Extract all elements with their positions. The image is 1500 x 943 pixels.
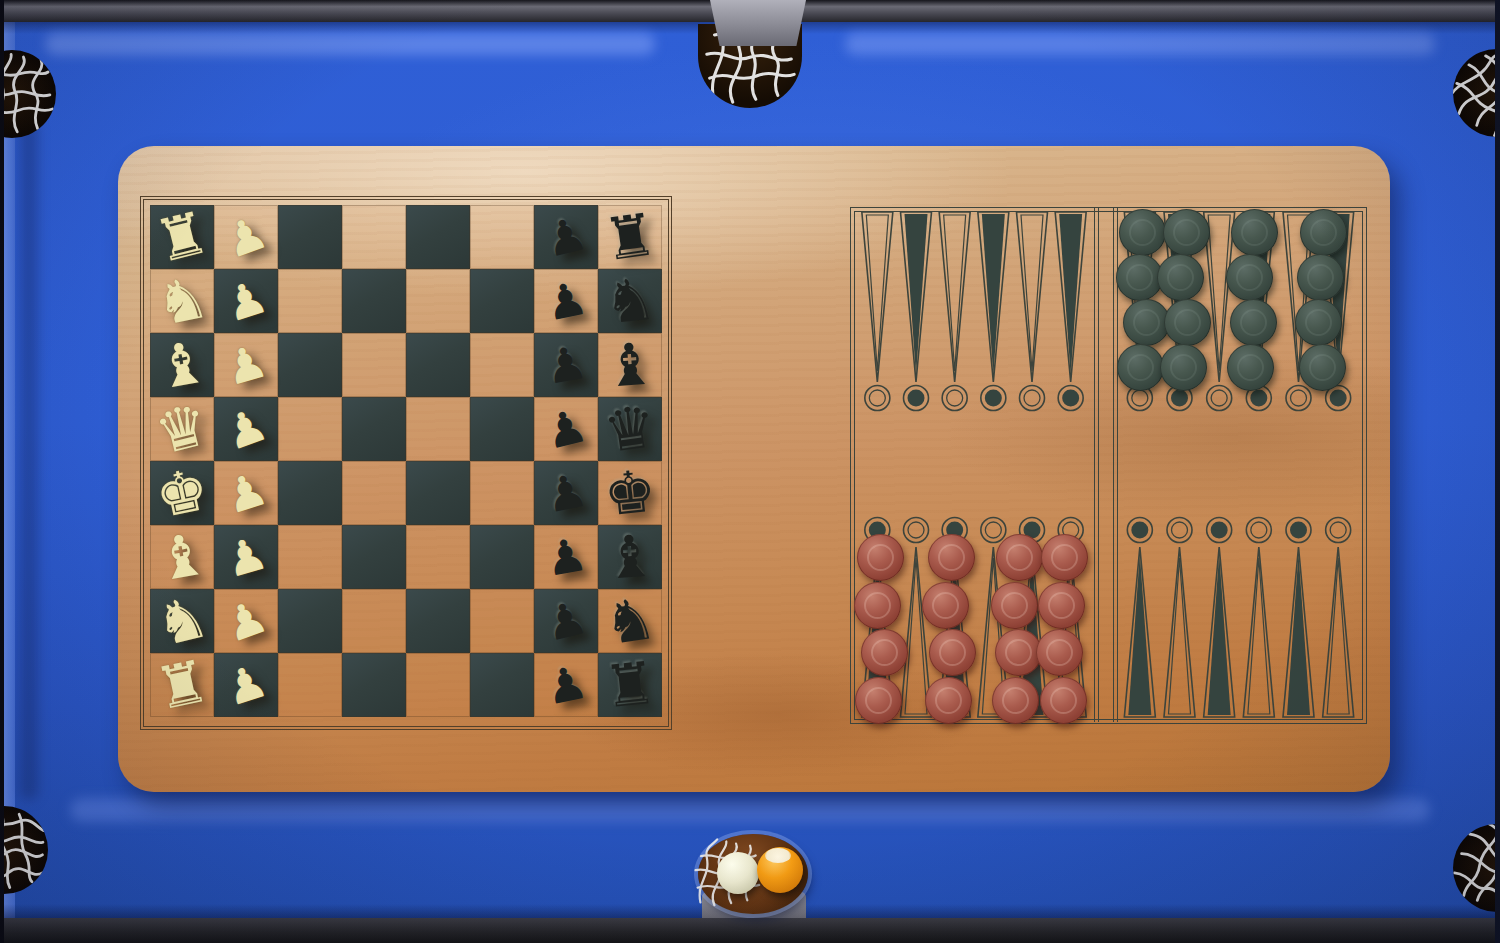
dark-checker[interactable] bbox=[1226, 254, 1273, 301]
chess-square-r7c5[interactable] bbox=[406, 589, 470, 653]
chess-piece-black-knight[interactable]: ♞ bbox=[595, 266, 665, 336]
felt-fold-highlight bbox=[70, 798, 1430, 822]
table-left-edge bbox=[0, 0, 4, 943]
cue-ball[interactable] bbox=[717, 852, 759, 894]
red-checker[interactable] bbox=[1036, 629, 1083, 676]
orange-ball[interactable] bbox=[757, 847, 803, 893]
chess-square-r4c3[interactable] bbox=[278, 397, 342, 461]
felt-fold-highlight bbox=[45, 33, 655, 55]
chess-square-r5c5[interactable] bbox=[406, 461, 470, 525]
chess-square-r8c3[interactable] bbox=[278, 653, 342, 717]
top-center-pocket-bracket bbox=[710, 0, 806, 46]
chess-square-r4c4[interactable] bbox=[342, 397, 406, 461]
red-checker[interactable] bbox=[854, 582, 901, 629]
chess-piece-white-king[interactable]: ♚ bbox=[144, 455, 220, 531]
chess-piece-black-pawn[interactable]: ♟ bbox=[529, 520, 603, 594]
chess-piece-black-rook[interactable]: ♜ bbox=[594, 201, 666, 273]
chess-piece-black-pawn[interactable]: ♟ bbox=[528, 455, 604, 531]
corner-pocket-bottom-right bbox=[1453, 824, 1500, 912]
chess-square-r3c5[interactable] bbox=[406, 333, 470, 397]
chess-piece-black-pawn[interactable]: ♟ bbox=[529, 328, 603, 402]
chess-piece-white-knight[interactable]: ♞ bbox=[144, 263, 220, 339]
bg-point-bottom-6[interactable] bbox=[1323, 547, 1354, 717]
table-bottom-rail bbox=[0, 918, 1500, 943]
red-checker[interactable] bbox=[1038, 582, 1085, 629]
chess-square-r7c6[interactable] bbox=[470, 589, 534, 653]
chess-piece-black-knight[interactable]: ♞ bbox=[594, 585, 666, 657]
dark-checker[interactable] bbox=[1227, 344, 1274, 391]
corner-pocket-top-left bbox=[0, 50, 56, 138]
red-checker[interactable] bbox=[925, 677, 972, 724]
chess-piece-white-bishop[interactable]: ♝ bbox=[145, 520, 219, 594]
chess-square-r6c5[interactable] bbox=[406, 525, 470, 589]
chess-piece-white-rook[interactable]: ♜ bbox=[144, 647, 220, 723]
bg-point-top-1[interactable] bbox=[862, 212, 893, 382]
chess-square-r5c6[interactable] bbox=[470, 461, 534, 525]
chess-piece-black-king[interactable]: ♚ bbox=[595, 458, 665, 528]
dark-checker[interactable] bbox=[1119, 209, 1166, 256]
chess-square-r8c5[interactable] bbox=[406, 653, 470, 717]
red-checker[interactable] bbox=[857, 534, 904, 581]
chess-square-r7c3[interactable] bbox=[278, 589, 342, 653]
chess-square-r5c3[interactable] bbox=[278, 461, 342, 525]
red-checker[interactable] bbox=[996, 534, 1043, 581]
chess-square-r1c4[interactable] bbox=[342, 205, 406, 269]
red-checker[interactable] bbox=[855, 677, 902, 724]
red-checker[interactable] bbox=[861, 629, 908, 676]
dark-checker[interactable] bbox=[1230, 299, 1277, 346]
chess-piece-black-queen[interactable]: ♛ bbox=[594, 393, 666, 465]
red-checker[interactable] bbox=[929, 629, 976, 676]
chess-square-r2c3[interactable] bbox=[278, 269, 342, 333]
chess-piece-black-bishop[interactable]: ♝ bbox=[596, 523, 664, 591]
dark-checker[interactable] bbox=[1295, 299, 1342, 346]
chess-square-r6c4[interactable] bbox=[342, 525, 406, 589]
corner-pocket-bottom-left bbox=[0, 806, 48, 894]
chess-square-r8c4[interactable] bbox=[342, 653, 406, 717]
red-checker[interactable] bbox=[922, 582, 969, 629]
dark-checker[interactable] bbox=[1164, 299, 1211, 346]
bg-point-bottom-4[interactable] bbox=[1243, 547, 1274, 717]
chess-square-r6c3[interactable] bbox=[278, 525, 342, 589]
dark-checker[interactable] bbox=[1231, 209, 1278, 256]
chess-square-r1c6[interactable] bbox=[470, 205, 534, 269]
chess-piece-black-rook[interactable]: ♜ bbox=[595, 650, 665, 720]
chess-piece-black-bishop[interactable]: ♝ bbox=[596, 331, 664, 399]
felt-fold-highlight bbox=[845, 33, 1435, 55]
dark-checker[interactable] bbox=[1117, 344, 1164, 391]
bg-point-top-3[interactable] bbox=[939, 212, 970, 382]
dark-checker[interactable] bbox=[1297, 254, 1344, 301]
chess-square-r6c6[interactable] bbox=[470, 525, 534, 589]
chess-piece-white-bishop[interactable]: ♝ bbox=[145, 328, 219, 402]
red-checker[interactable] bbox=[1040, 677, 1087, 724]
felt-left-highlight-strip bbox=[4, 22, 15, 918]
red-checker[interactable] bbox=[928, 534, 975, 581]
chess-square-r5c4[interactable] bbox=[342, 461, 406, 525]
chess-piece-black-pawn[interactable]: ♟ bbox=[528, 647, 604, 723]
dark-checker[interactable] bbox=[1299, 344, 1346, 391]
dark-checker[interactable] bbox=[1300, 209, 1347, 256]
red-checker[interactable] bbox=[992, 677, 1039, 724]
chess-piece-black-pawn[interactable]: ♟ bbox=[528, 263, 604, 339]
chess-square-r4c5[interactable] bbox=[406, 397, 470, 461]
chess-board: ♜♟♟♜♞♟♟♞♝♟♟♝♛♟♟♛♚♟♟♚♝♟♟♝♞♟♟♞♜♟♟♜ bbox=[150, 205, 662, 717]
chess-square-r8c6[interactable] bbox=[470, 653, 534, 717]
dark-checker[interactable] bbox=[1163, 209, 1210, 256]
felt-fold-shadow bbox=[20, 120, 38, 800]
dark-checker[interactable] bbox=[1157, 254, 1204, 301]
red-checker[interactable] bbox=[1041, 534, 1088, 581]
table-right-edge bbox=[1495, 0, 1500, 943]
red-checker[interactable] bbox=[995, 629, 1042, 676]
chess-square-r2c5[interactable] bbox=[406, 269, 470, 333]
bg-point-top-5[interactable] bbox=[1017, 212, 1048, 382]
chess-square-r1c5[interactable] bbox=[406, 205, 470, 269]
chess-square-r2c4[interactable] bbox=[342, 269, 406, 333]
chess-square-r2c6[interactable] bbox=[470, 269, 534, 333]
bg-point-bottom-2[interactable] bbox=[1164, 547, 1195, 717]
corner-pocket-top-right bbox=[1453, 49, 1500, 137]
chess-square-r7c4[interactable] bbox=[342, 589, 406, 653]
chess-square-r4c6[interactable] bbox=[470, 397, 534, 461]
chess-square-r3c6[interactable] bbox=[470, 333, 534, 397]
chess-square-r3c4[interactable] bbox=[342, 333, 406, 397]
backgammon-bar bbox=[1094, 207, 1118, 722]
game-table-photo: ♜♟♟♜♞♟♟♞♝♟♟♝♛♟♟♛♚♟♟♚♝♟♟♝♞♟♟♞♜♟♟♜ bbox=[0, 0, 1500, 943]
red-checker[interactable] bbox=[991, 582, 1038, 629]
chess-square-r3c3[interactable] bbox=[278, 333, 342, 397]
dark-checker[interactable] bbox=[1160, 344, 1207, 391]
chess-square-r1c3[interactable] bbox=[278, 205, 342, 269]
